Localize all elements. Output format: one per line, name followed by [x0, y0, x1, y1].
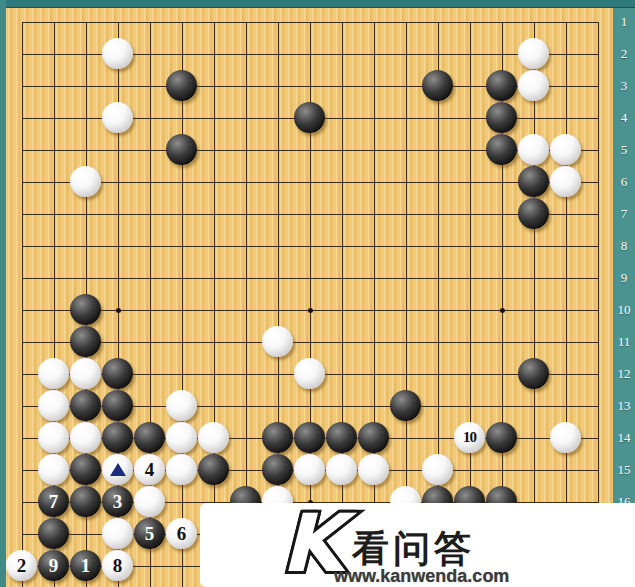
grid-hline: [22, 182, 599, 183]
stone-black[interactable]: [166, 70, 197, 101]
grid-hline: [22, 22, 599, 23]
frame-top-bar: [0, 0, 635, 8]
stone-white[interactable]: [294, 454, 325, 485]
move-number: 2: [17, 556, 27, 575]
row-label-4: 4: [613, 110, 635, 126]
stone-white[interactable]: [102, 454, 133, 485]
move-number: 6: [177, 524, 187, 543]
stone-black[interactable]: [70, 326, 101, 357]
stone-white-move-4[interactable]: 4: [134, 454, 165, 485]
watermark-box: K 看问答 www.kanwenda.com: [200, 503, 635, 587]
stone-white[interactable]: [262, 326, 293, 357]
stone-white[interactable]: [326, 454, 357, 485]
stone-black[interactable]: [70, 294, 101, 325]
stone-black[interactable]: [486, 134, 517, 165]
move-number: 8: [113, 556, 123, 575]
stone-black[interactable]: [134, 422, 165, 453]
stone-black[interactable]: [326, 422, 357, 453]
stone-white[interactable]: [518, 38, 549, 69]
move-number: 10: [463, 430, 476, 445]
row-label-8: 8: [613, 238, 635, 254]
row-label-15: 15: [613, 462, 635, 478]
move-number: 4: [145, 460, 155, 479]
stone-black[interactable]: [294, 422, 325, 453]
move-number: 5: [145, 524, 155, 543]
move-number: 3: [113, 492, 123, 511]
row-label-14: 14: [613, 430, 635, 446]
star-point: [308, 308, 313, 313]
move-number: 7: [49, 492, 59, 511]
stone-black[interactable]: [262, 454, 293, 485]
row-label-6: 6: [613, 174, 635, 190]
star-point: [500, 308, 505, 313]
stone-white[interactable]: [102, 518, 133, 549]
stone-white[interactable]: [38, 454, 69, 485]
stone-black[interactable]: [486, 102, 517, 133]
watermark-url: www.kanwenda.com: [334, 566, 509, 587]
row-label-1: 1: [613, 14, 635, 30]
row-label-5: 5: [613, 142, 635, 158]
triangle-marker-icon: [110, 463, 126, 476]
row-label-9: 9: [613, 270, 635, 286]
stone-black[interactable]: [486, 422, 517, 453]
stone-white[interactable]: [294, 358, 325, 389]
stone-white[interactable]: [70, 166, 101, 197]
stone-white[interactable]: [518, 134, 549, 165]
row-label-11: 11: [613, 334, 635, 350]
stone-black[interactable]: [518, 358, 549, 389]
stone-black[interactable]: [70, 486, 101, 517]
row-label-10: 10: [613, 302, 635, 318]
stone-black[interactable]: [486, 70, 517, 101]
stone-black[interactable]: [102, 358, 133, 389]
stone-black-move-1[interactable]: 1: [70, 550, 101, 581]
stone-white[interactable]: [518, 70, 549, 101]
stone-black[interactable]: [102, 422, 133, 453]
stone-white[interactable]: [102, 38, 133, 69]
stone-black[interactable]: [518, 198, 549, 229]
stone-black[interactable]: [70, 454, 101, 485]
row-label-3: 3: [613, 78, 635, 94]
stone-black[interactable]: [38, 518, 69, 549]
row-label-2: 2: [613, 46, 635, 62]
stone-black-move-7[interactable]: 7: [38, 486, 69, 517]
stone-white[interactable]: [38, 422, 69, 453]
stone-white[interactable]: [422, 454, 453, 485]
stone-black[interactable]: [390, 390, 421, 421]
stone-white[interactable]: [166, 454, 197, 485]
stone-white-move-2[interactable]: 2: [6, 550, 37, 581]
grid-hline: [22, 342, 599, 343]
stone-black[interactable]: [166, 134, 197, 165]
stone-black[interactable]: [422, 70, 453, 101]
stone-white[interactable]: [550, 166, 581, 197]
stone-black-move-5[interactable]: 5: [134, 518, 165, 549]
stone-white[interactable]: [166, 422, 197, 453]
stone-black[interactable]: [358, 422, 389, 453]
stone-black[interactable]: [518, 166, 549, 197]
stone-white[interactable]: [38, 358, 69, 389]
stone-white[interactable]: [134, 486, 165, 517]
row-label-13: 13: [613, 398, 635, 414]
grid-hline: [22, 246, 599, 247]
stone-white[interactable]: [198, 422, 229, 453]
star-point: [116, 308, 121, 313]
stone-white-move-10[interactable]: 10: [454, 422, 485, 453]
stone-white[interactable]: [70, 358, 101, 389]
row-label-12: 12: [613, 366, 635, 382]
stone-white-move-8[interactable]: 8: [102, 550, 133, 581]
stone-white[interactable]: [166, 390, 197, 421]
move-number: 1: [81, 556, 91, 575]
stone-black[interactable]: [294, 102, 325, 133]
stone-white[interactable]: [358, 454, 389, 485]
stone-black[interactable]: [198, 454, 229, 485]
move-number: 9: [49, 556, 59, 575]
stone-white[interactable]: [550, 134, 581, 165]
stone-black[interactable]: [102, 390, 133, 421]
stone-white[interactable]: [38, 390, 69, 421]
go-board[interactable]: 10473562918 12345678910111213141516 K 看问…: [0, 0, 635, 587]
stone-black-move-9[interactable]: 9: [38, 550, 69, 581]
stone-black-move-3[interactable]: 3: [102, 486, 133, 517]
grid-hline: [22, 278, 599, 279]
stone-black[interactable]: [262, 422, 293, 453]
stone-black[interactable]: [70, 390, 101, 421]
stone-white[interactable]: [102, 102, 133, 133]
frame-left-strip: [0, 0, 6, 587]
grid-hline: [22, 214, 599, 215]
stone-white-move-6[interactable]: 6: [166, 518, 197, 549]
stone-white[interactable]: [70, 422, 101, 453]
row-label-7: 7: [613, 206, 635, 222]
stone-white[interactable]: [550, 422, 581, 453]
